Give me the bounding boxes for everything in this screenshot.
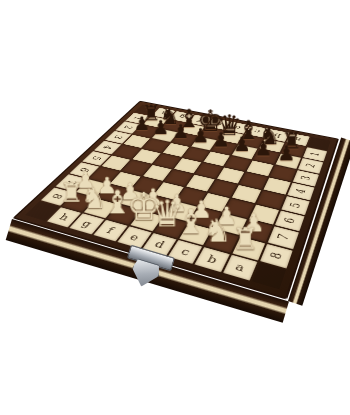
- file-label-text: a: [234, 261, 246, 273]
- rank-label-text: 4: [294, 188, 307, 195]
- rank-label-text: 7: [276, 233, 291, 242]
- file-label-text: c: [253, 129, 261, 135]
- file-label-text: a: [294, 136, 302, 142]
- file-label-text: f: [196, 118, 203, 123]
- rank-label-text: 7: [65, 179, 79, 186]
- rank-label-4-right: 4: [287, 183, 314, 201]
- file-label-text: c: [179, 246, 191, 257]
- rank-label-text: 2: [305, 163, 317, 169]
- file-label-text: g: [177, 114, 186, 119]
- rank-label-text: 3: [112, 135, 124, 140]
- rank-label-text: 2: [123, 125, 135, 130]
- file-label-text: f: [105, 226, 116, 235]
- file-label-text: d: [233, 125, 242, 131]
- rank-label-text: 4: [102, 145, 114, 150]
- file-label-text: d: [153, 239, 167, 250]
- rank-label-text: 8: [50, 193, 64, 200]
- board-corner: [307, 137, 331, 150]
- file-label-text: e: [214, 121, 223, 126]
- rank-label-text: 6: [78, 167, 91, 173]
- rank-label-text: 5: [289, 202, 303, 209]
- chess-set-scene: hgfedcba1♜♞♝♚♛♝♞♜12♟♟♟♟♟♟♟♟2334455667♟♟♟…: [0, 0, 350, 415]
- rank-label-text: 3: [300, 175, 313, 181]
- rank-label-text: 1: [132, 116, 143, 120]
- square-a3: [269, 165, 295, 181]
- file-label-text: b: [273, 132, 282, 138]
- rank-label-text: 5: [90, 156, 103, 162]
- board-corner: [25, 201, 59, 221]
- file-label-text: h: [57, 212, 71, 221]
- square-a5: [256, 190, 285, 209]
- file-label-text: g: [80, 219, 94, 229]
- file-label-text: h: [159, 111, 168, 116]
- product-photo: hgfedcba1♜♞♝♚♛♝♞♜12♟♟♟♟♟♟♟♟2334455667♟♟♟…: [0, 0, 350, 415]
- file-label-text: e: [128, 232, 141, 242]
- rank-label-text: 8: [269, 251, 285, 260]
- file-label-text: b: [206, 254, 219, 266]
- rank-label-text: 1: [309, 152, 321, 158]
- rank-label-text: 6: [283, 217, 297, 225]
